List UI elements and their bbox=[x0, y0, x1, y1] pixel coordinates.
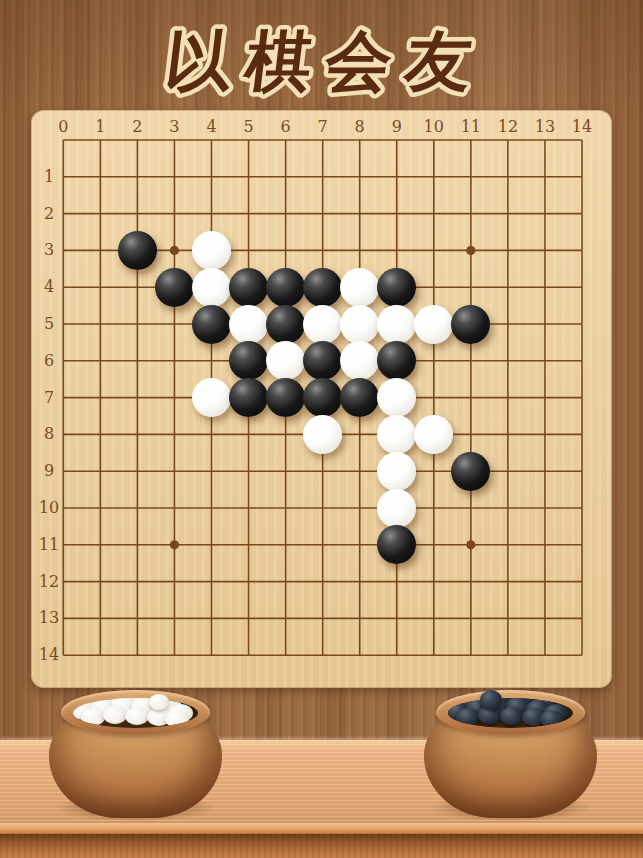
column-label: 0 bbox=[58, 118, 68, 136]
row-label: 3 bbox=[44, 241, 54, 259]
white-stone bbox=[303, 415, 342, 454]
white-stone bbox=[377, 415, 416, 454]
title-banner: 以棋会友 bbox=[0, 0, 643, 110]
black-stone bbox=[192, 305, 231, 344]
star-point bbox=[170, 540, 179, 549]
black-stone bbox=[155, 268, 194, 307]
white-stone bbox=[377, 305, 416, 344]
bowl-stones-white bbox=[73, 698, 198, 728]
table-shelf-front bbox=[0, 834, 643, 858]
column-label: 4 bbox=[206, 118, 216, 136]
white-stone bbox=[125, 707, 149, 725]
black-stone bbox=[340, 378, 379, 417]
black-stone bbox=[303, 268, 342, 307]
black-stone bbox=[266, 378, 305, 417]
row-label: 12 bbox=[39, 573, 59, 591]
black-stone bbox=[266, 305, 305, 344]
white-stone bbox=[377, 489, 416, 528]
white-stone bbox=[340, 305, 379, 344]
white-stone bbox=[414, 305, 453, 344]
row-label: 2 bbox=[44, 205, 54, 223]
game-title: 以棋会友 bbox=[161, 23, 490, 100]
white-stone bbox=[303, 305, 342, 344]
column-label: 12 bbox=[498, 118, 518, 136]
white-stone bbox=[377, 452, 416, 491]
row-label: 5 bbox=[44, 315, 54, 333]
star-point bbox=[466, 540, 475, 549]
white-stone bbox=[192, 378, 231, 417]
column-label: 7 bbox=[318, 118, 328, 136]
row-label: 9 bbox=[44, 462, 54, 480]
black-stone bbox=[480, 690, 502, 710]
column-label: 11 bbox=[461, 118, 481, 136]
black-stone bbox=[266, 268, 305, 307]
bowl-stones-black bbox=[448, 698, 573, 728]
black-stone bbox=[229, 378, 268, 417]
row-label: 8 bbox=[44, 425, 54, 443]
black-stone bbox=[303, 378, 342, 417]
row-label: 10 bbox=[39, 499, 59, 517]
black-stone bbox=[229, 268, 268, 307]
row-label: 1 bbox=[44, 168, 54, 186]
white-stone bbox=[340, 268, 379, 307]
black-stone bbox=[451, 305, 490, 344]
scene: 以棋会友 01234567891011121314123456789101112… bbox=[0, 0, 643, 858]
white-stone bbox=[414, 415, 453, 454]
row-label: 14 bbox=[39, 646, 59, 664]
black-stone bbox=[377, 268, 416, 307]
row-label: 7 bbox=[44, 389, 54, 407]
table-shelf-edge bbox=[0, 823, 643, 834]
column-label: 6 bbox=[281, 118, 291, 136]
white-stone bbox=[192, 268, 231, 307]
column-label: 9 bbox=[392, 118, 402, 136]
column-label: 14 bbox=[572, 118, 592, 136]
star-point bbox=[466, 246, 475, 255]
black-stone bbox=[451, 452, 490, 491]
column-label: 8 bbox=[355, 118, 365, 136]
column-label: 3 bbox=[169, 118, 179, 136]
black-stone-bowl bbox=[424, 690, 597, 820]
star-point bbox=[170, 246, 179, 255]
column-label: 10 bbox=[424, 118, 444, 136]
white-stone bbox=[149, 694, 169, 710]
row-label: 4 bbox=[44, 278, 54, 296]
row-label: 13 bbox=[39, 609, 59, 627]
white-stone bbox=[229, 305, 268, 344]
column-label: 5 bbox=[243, 118, 253, 136]
black-stone bbox=[118, 231, 157, 270]
column-label: 2 bbox=[132, 118, 142, 136]
white-stone bbox=[103, 706, 127, 724]
column-label: 13 bbox=[535, 118, 555, 136]
white-stone bbox=[192, 231, 231, 270]
white-stone-bowl bbox=[49, 690, 222, 820]
row-label: 11 bbox=[39, 536, 59, 554]
board-panel: 012345678910111213141234567891011121314 bbox=[31, 110, 612, 688]
column-label: 1 bbox=[95, 118, 105, 136]
black-stone bbox=[500, 707, 524, 725]
row-label: 6 bbox=[44, 352, 54, 370]
